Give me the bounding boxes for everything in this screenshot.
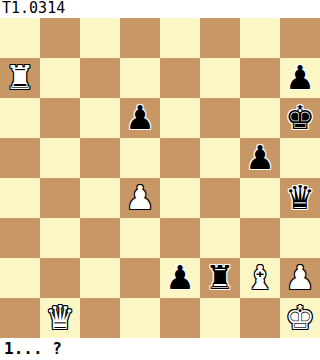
square-b8[interactable] [40,18,80,58]
square-f1[interactable] [200,298,240,338]
square-d6[interactable]: ♟ [120,98,160,138]
move-prompt: 1... ? [0,338,320,360]
square-g5[interactable]: ♟ [240,138,280,178]
square-g1[interactable] [240,298,280,338]
square-e8[interactable] [160,18,200,58]
square-c4[interactable] [80,178,120,218]
square-b4[interactable] [40,178,80,218]
square-g4[interactable] [240,178,280,218]
square-c2[interactable] [80,258,120,298]
white-king-h1: ♚ [285,298,315,338]
black-king-h6: ♚ [285,98,315,138]
puzzle-title: T1.0314 [0,0,320,18]
square-a3[interactable] [0,218,40,258]
square-h5[interactable] [280,138,320,178]
square-c5[interactable] [80,138,120,178]
black-pawn-e2: ♟ [165,258,195,298]
square-h8[interactable] [280,18,320,58]
square-e1[interactable] [160,298,200,338]
white-queen-b1: ♛ [45,298,75,338]
square-e3[interactable] [160,218,200,258]
black-rook-f2: ♜ [205,258,235,298]
black-queen-h4: ♛ [285,178,315,218]
square-b2[interactable] [40,258,80,298]
square-e5[interactable] [160,138,200,178]
square-d4[interactable]: ♟ [120,178,160,218]
square-f5[interactable] [200,138,240,178]
square-a2[interactable] [0,258,40,298]
square-f7[interactable] [200,58,240,98]
white-bishop-g2: ♝ [245,258,275,298]
square-d8[interactable] [120,18,160,58]
square-f2[interactable]: ♜ [200,258,240,298]
square-c8[interactable] [80,18,120,58]
white-pawn-d4: ♟ [125,178,155,218]
black-pawn-d6: ♟ [125,98,155,138]
square-g3[interactable] [240,218,280,258]
white-rook-a7: ♜ [5,58,35,98]
square-f3[interactable] [200,218,240,258]
square-a1[interactable] [0,298,40,338]
square-d3[interactable] [120,218,160,258]
square-d2[interactable] [120,258,160,298]
square-d5[interactable] [120,138,160,178]
square-g8[interactable] [240,18,280,58]
square-e4[interactable] [160,178,200,218]
square-h1[interactable]: ♚ [280,298,320,338]
square-g7[interactable] [240,58,280,98]
square-e2[interactable]: ♟ [160,258,200,298]
square-e7[interactable] [160,58,200,98]
square-c1[interactable] [80,298,120,338]
square-f8[interactable] [200,18,240,58]
square-a7[interactable]: ♜ [0,58,40,98]
square-h7[interactable]: ♟ [280,58,320,98]
square-b3[interactable] [40,218,80,258]
square-h3[interactable] [280,218,320,258]
chess-board: ♜♟♟♚♟♟♛♟♜♝♟♛♚ [0,18,320,338]
square-g2[interactable]: ♝ [240,258,280,298]
square-g6[interactable] [240,98,280,138]
square-c6[interactable] [80,98,120,138]
square-h2[interactable]: ♟ [280,258,320,298]
square-d1[interactable] [120,298,160,338]
square-h4[interactable]: ♛ [280,178,320,218]
black-pawn-h7: ♟ [285,58,315,98]
white-pawn-h2: ♟ [285,258,315,298]
square-c3[interactable] [80,218,120,258]
square-f4[interactable] [200,178,240,218]
square-a6[interactable] [0,98,40,138]
square-f6[interactable] [200,98,240,138]
square-d7[interactable] [120,58,160,98]
square-e6[interactable] [160,98,200,138]
black-pawn-g5: ♟ [245,138,275,178]
square-h6[interactable]: ♚ [280,98,320,138]
square-b1[interactable]: ♛ [40,298,80,338]
square-b7[interactable] [40,58,80,98]
square-a4[interactable] [0,178,40,218]
square-b6[interactable] [40,98,80,138]
square-b5[interactable] [40,138,80,178]
square-a8[interactable] [0,18,40,58]
square-c7[interactable] [80,58,120,98]
square-a5[interactable] [0,138,40,178]
